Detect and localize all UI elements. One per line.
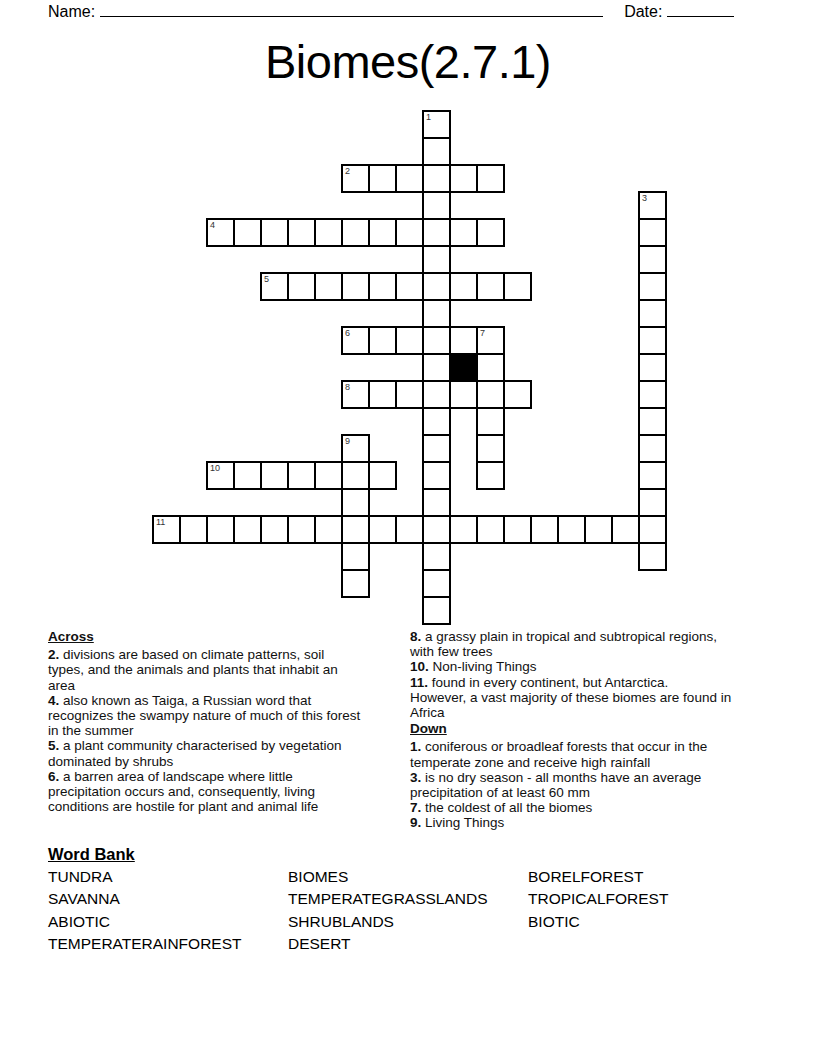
grid-cell[interactable]: [341, 488, 370, 517]
grid-cell[interactable]: [584, 515, 613, 544]
grid-cell[interactable]: [341, 569, 370, 598]
word-bank-item: SHRUBLANDS: [288, 911, 488, 933]
grid-cell[interactable]: [476, 407, 505, 436]
clue-item: 4. also known as Taiga, a Russian word t…: [48, 693, 360, 739]
grid-cell[interactable]: [638, 488, 667, 517]
clue-number-label: 2.: [48, 647, 59, 662]
clue-number-label: 4.: [48, 693, 59, 708]
grid-cell[interactable]: [422, 191, 451, 220]
grid-cell[interactable]: [314, 272, 343, 301]
clue-item: 2. divisions are based on climate patter…: [48, 647, 360, 693]
grid-cell[interactable]: [368, 218, 397, 247]
grid-cell[interactable]: 5: [260, 272, 289, 301]
clue-number-label: 3.: [410, 770, 421, 785]
grid-cell[interactable]: [638, 245, 667, 274]
crossword-grid: 1234567891011: [152, 110, 668, 626]
grid-cell[interactable]: [503, 380, 532, 409]
grid-cell[interactable]: [422, 326, 451, 355]
date-label: Date:: [624, 3, 662, 21]
grid-cell[interactable]: [449, 218, 478, 247]
clue-number-label: 7.: [410, 800, 421, 815]
grid-cell[interactable]: [422, 569, 451, 598]
grid-cell[interactable]: [530, 515, 559, 544]
grid-cell[interactable]: [395, 218, 424, 247]
clue-number-label: 9.: [410, 815, 421, 830]
grid-cell[interactable]: [395, 326, 424, 355]
across-clues-list-continued: 8. a grassy plain in tropical and subtro…: [410, 629, 731, 720]
grid-cell[interactable]: [233, 218, 262, 247]
word-bank-item: BIOTIC: [528, 911, 668, 933]
grid-cell[interactable]: [422, 515, 451, 544]
grid-cell[interactable]: [395, 380, 424, 409]
grid-cell[interactable]: 10: [206, 461, 235, 490]
word-bank-column-1: TUNDRASAVANNAABIOTICTEMPERATERAINFOREST: [48, 866, 241, 956]
grid-cell[interactable]: [233, 515, 262, 544]
grid-clue-number: 6: [345, 328, 350, 338]
grid-cell[interactable]: [422, 272, 451, 301]
grid-cell[interactable]: [422, 380, 451, 409]
grid-cell[interactable]: [422, 542, 451, 571]
grid-cell[interactable]: 9: [341, 434, 370, 463]
grid-cell[interactable]: 11: [152, 515, 181, 544]
down-clues-list: 1. coniferous or broadleaf forests that …: [410, 739, 731, 830]
grid-cell[interactable]: [611, 515, 640, 544]
grid-clue-number: 3: [642, 193, 647, 203]
clue-number-label: 8.: [410, 629, 421, 644]
clue-number-label: 1.: [410, 739, 421, 754]
grid-cell[interactable]: [260, 515, 289, 544]
grid-cell[interactable]: [341, 461, 370, 490]
grid-cell[interactable]: [557, 515, 586, 544]
page-title: Biomes(2.7.1): [0, 37, 816, 87]
clue-item: 5. a plant community characterised by ve…: [48, 738, 360, 768]
grid-cell[interactable]: [422, 353, 451, 382]
grid-cell[interactable]: [449, 272, 478, 301]
grid-cell[interactable]: [503, 272, 532, 301]
grid-cell[interactable]: [449, 164, 478, 193]
grid-clue-number: 1: [426, 112, 431, 122]
grid-cell[interactable]: [449, 380, 478, 409]
grid-cell[interactable]: [449, 515, 478, 544]
grid-cell[interactable]: [233, 461, 262, 490]
grid-cell[interactable]: [206, 515, 235, 544]
clue-number-label: 6.: [48, 769, 59, 784]
grid-cell[interactable]: [476, 380, 505, 409]
grid-cell[interactable]: 6: [341, 326, 370, 355]
grid-cell[interactable]: [449, 326, 478, 355]
grid-cell[interactable]: [476, 461, 505, 490]
grid-clue-number: 2: [345, 166, 350, 176]
grid-clue-number: 4: [210, 220, 215, 230]
grid-cell[interactable]: [422, 299, 451, 328]
grid-cell[interactable]: [638, 326, 667, 355]
word-bank-item: TUNDRA: [48, 866, 241, 888]
grid-cell[interactable]: [476, 515, 505, 544]
grid-cell[interactable]: [503, 515, 532, 544]
grid-cell[interactable]: [638, 218, 667, 247]
grid-cell[interactable]: [476, 353, 505, 382]
grid-cell[interactable]: [341, 515, 370, 544]
grid-clue-number: 5: [264, 274, 269, 284]
clue-item: 11. found in every continent, but Antarc…: [410, 675, 731, 721]
grid-cell[interactable]: 4: [206, 218, 235, 247]
grid-cell[interactable]: [341, 542, 370, 571]
grid-cell[interactable]: 7: [476, 326, 505, 355]
grid-cell[interactable]: [341, 272, 370, 301]
grid-cell[interactable]: [422, 137, 451, 166]
grid-cell[interactable]: [476, 434, 505, 463]
grid-clue-number: 9: [345, 436, 350, 446]
clue-item: 7. the coldest of all the biomes: [410, 800, 731, 815]
grid-cell[interactable]: [422, 218, 451, 247]
word-bank-item: DESERT: [288, 933, 488, 955]
grid-cell[interactable]: [287, 461, 316, 490]
grid-cell[interactable]: [638, 299, 667, 328]
grid-cell[interactable]: [368, 461, 397, 490]
clue-item: 1. coniferous or broadleaf forests that …: [410, 739, 731, 769]
grid-cell[interactable]: [341, 218, 370, 247]
grid-cell[interactable]: [638, 407, 667, 436]
name-label: Name:: [48, 3, 95, 21]
grid-cell[interactable]: [422, 461, 451, 490]
grid-cell[interactable]: [314, 515, 343, 544]
down-header: Down: [410, 721, 731, 736]
grid-cell[interactable]: [476, 218, 505, 247]
name-fill-line[interactable]: [100, 3, 603, 17]
grid-cell[interactable]: [476, 272, 505, 301]
grid-cell[interactable]: 3: [638, 191, 667, 220]
across-header: Across: [48, 629, 360, 644]
grid-cell[interactable]: [395, 272, 424, 301]
grid-cell[interactable]: [368, 164, 397, 193]
clue-number-label: 5.: [48, 738, 59, 753]
worksheet-page: Name: Date: Biomes(2.7.1) 1234567891011 …: [0, 0, 816, 1056]
clue-item: 3. is no dry season - all months have an…: [410, 770, 731, 800]
grid-cell[interactable]: [422, 164, 451, 193]
word-bank-item: BORELFOREST: [528, 866, 668, 888]
grid-clue-number: 8: [345, 382, 350, 392]
clue-item: 6. a barren area of landscape where litt…: [48, 769, 360, 815]
word-bank-column-2: BIOMESTEMPERATEGRASSLANDSSHRUBLANDSDESER…: [288, 866, 488, 956]
grid-cell[interactable]: [638, 542, 667, 571]
word-bank-header: Word Bank: [48, 845, 135, 863]
grid-cell[interactable]: [395, 515, 424, 544]
grid-cell[interactable]: [179, 515, 208, 544]
grid-cell[interactable]: 1: [422, 110, 451, 139]
grid-cell[interactable]: [476, 164, 505, 193]
grid-cell[interactable]: [422, 596, 451, 625]
clues-right-column: 8. a grassy plain in tropical and subtro…: [410, 629, 731, 831]
word-bank-item: TROPICALFOREST: [528, 888, 668, 910]
clue-number-label: 10.: [410, 659, 429, 674]
grid-cell[interactable]: [368, 326, 397, 355]
across-clues-list: 2. divisions are based on climate patter…: [48, 647, 360, 814]
grid-clue-number: 10: [210, 463, 220, 473]
word-bank-item: ABIOTIC: [48, 911, 241, 933]
grid-cell[interactable]: [422, 407, 451, 436]
clue-item: 8. a grassy plain in tropical and subtro…: [410, 629, 731, 659]
grid-cell[interactable]: [287, 272, 316, 301]
grid-cell[interactable]: [638, 461, 667, 490]
header-row: Name: Date:: [48, 3, 768, 21]
grid-clue-number: 7: [480, 328, 485, 338]
grid-cell[interactable]: [260, 461, 289, 490]
grid-cell[interactable]: [422, 488, 451, 517]
grid-cell[interactable]: [287, 218, 316, 247]
clue-item: 9. Living Things: [410, 815, 731, 830]
grid-clue-number: 11: [156, 517, 165, 527]
clue-number-label: 11.: [410, 675, 428, 690]
grid-cell[interactable]: [368, 380, 397, 409]
grid-cell[interactable]: [314, 461, 343, 490]
grid-cell[interactable]: 2: [341, 164, 370, 193]
clues-left-column: Across 2. divisions are based on climate…: [48, 629, 360, 814]
grid-cell[interactable]: [422, 434, 451, 463]
grid-cell[interactable]: [368, 272, 397, 301]
clue-item: 10. Non-living Things: [410, 659, 731, 674]
grid-cell[interactable]: [314, 218, 343, 247]
grid-cell[interactable]: [638, 515, 667, 544]
grid-cell[interactable]: [638, 380, 667, 409]
grid-cell[interactable]: [638, 434, 667, 463]
grid-cell[interactable]: 8: [341, 380, 370, 409]
grid-cell[interactable]: [638, 272, 667, 301]
grid-cell[interactable]: [287, 515, 316, 544]
grid-cell[interactable]: [422, 245, 451, 274]
date-fill-line[interactable]: [667, 3, 734, 17]
word-bank-item: BIOMES: [288, 866, 488, 888]
grid-cell[interactable]: [638, 353, 667, 382]
word-bank-column-3: BORELFORESTTROPICALFORESTBIOTIC: [528, 866, 668, 933]
word-bank-item: TEMPERATERAINFOREST: [48, 933, 241, 955]
blocked-cell: [449, 353, 478, 382]
word-bank-item: TEMPERATEGRASSLANDS: [288, 888, 488, 910]
word-bank-item: SAVANNA: [48, 888, 241, 910]
grid-cell[interactable]: [260, 218, 289, 247]
grid-cell[interactable]: [395, 164, 424, 193]
grid-cell[interactable]: [368, 515, 397, 544]
